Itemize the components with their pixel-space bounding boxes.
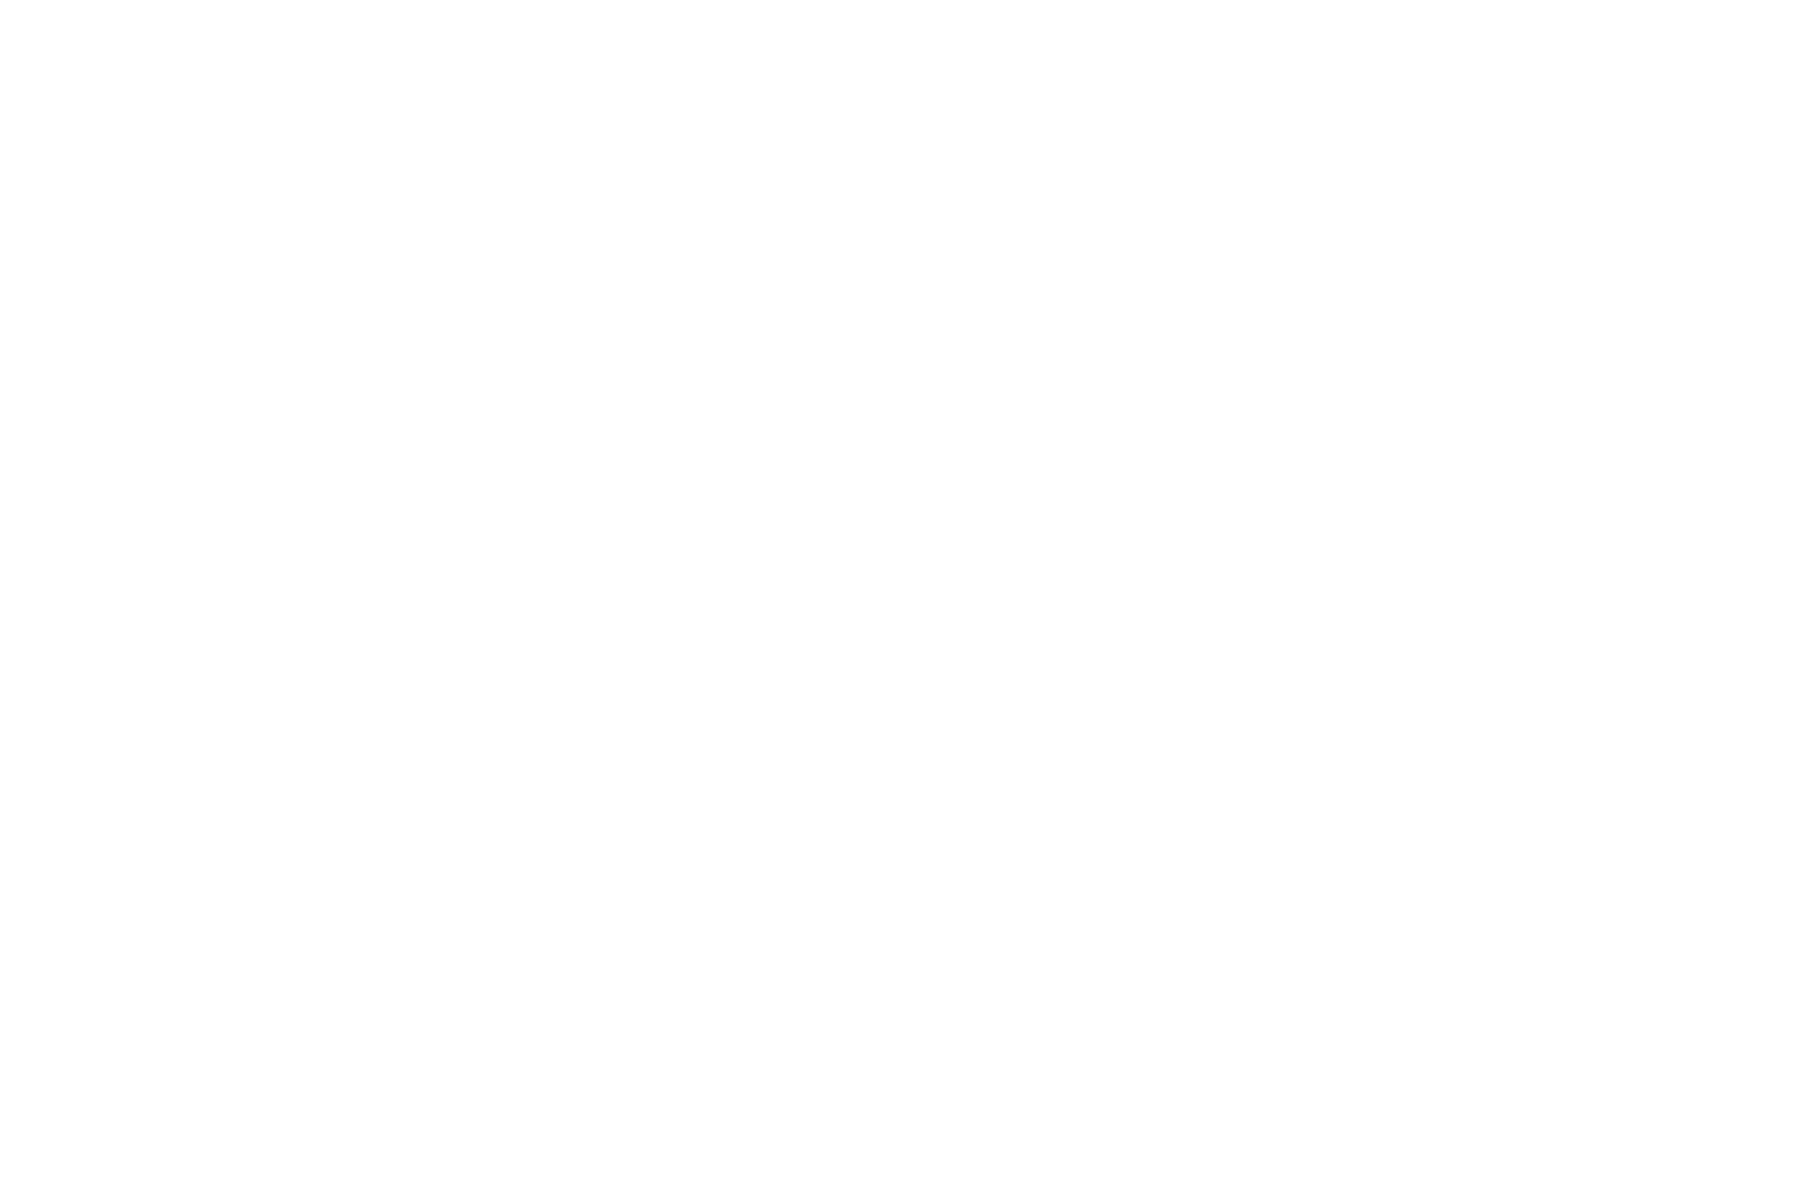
go-board-photo — [0, 0, 1800, 1200]
go-board[interactable] — [0, 0, 1800, 1200]
